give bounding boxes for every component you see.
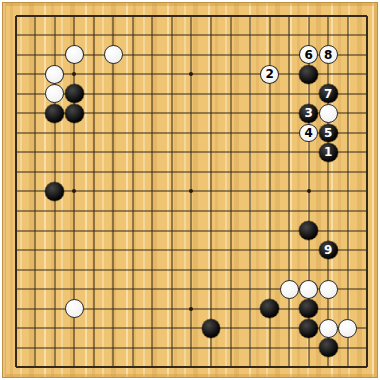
intersection-M3[interactable] xyxy=(221,318,241,338)
intersection-D6[interactable] xyxy=(65,260,85,280)
intersection-M14[interactable] xyxy=(221,104,241,124)
intersection-M13[interactable] xyxy=(221,123,241,143)
intersection-B9[interactable] xyxy=(26,201,46,221)
intersection-C13[interactable] xyxy=(45,123,65,143)
intersection-R8[interactable] xyxy=(318,221,338,241)
intersection-P10[interactable] xyxy=(279,182,299,202)
intersection-L17[interactable] xyxy=(201,45,221,65)
intersection-B14[interactable] xyxy=(26,104,46,124)
intersection-C12[interactable] xyxy=(45,143,65,163)
intersection-O19[interactable] xyxy=(260,6,280,26)
intersection-B1[interactable] xyxy=(26,357,46,377)
intersection-D12[interactable] xyxy=(65,143,85,163)
intersection-E4[interactable] xyxy=(84,299,104,319)
intersection-F7[interactable] xyxy=(104,240,124,260)
intersection-T7[interactable] xyxy=(357,240,377,260)
intersection-L18[interactable] xyxy=(201,26,221,46)
intersection-P2[interactable] xyxy=(279,338,299,358)
intersection-J19[interactable] xyxy=(162,6,182,26)
intersection-A10[interactable] xyxy=(6,182,26,202)
intersection-T18[interactable] xyxy=(357,26,377,46)
intersection-B6[interactable] xyxy=(26,260,46,280)
intersection-J8[interactable] xyxy=(162,221,182,241)
intersection-Q5[interactable] xyxy=(299,279,319,299)
intersection-S19[interactable] xyxy=(338,6,358,26)
intersection-D3[interactable] xyxy=(65,318,85,338)
intersection-O6[interactable] xyxy=(260,260,280,280)
intersection-E6[interactable] xyxy=(84,260,104,280)
intersection-Q18[interactable] xyxy=(299,26,319,46)
intersection-J7[interactable] xyxy=(162,240,182,260)
intersection-P7[interactable] xyxy=(279,240,299,260)
intersection-R15[interactable]: 7 xyxy=(318,84,338,104)
intersection-D13[interactable] xyxy=(65,123,85,143)
intersection-T8[interactable] xyxy=(357,221,377,241)
intersection-C14[interactable] xyxy=(45,104,65,124)
intersection-O9[interactable] xyxy=(260,201,280,221)
intersection-J18[interactable] xyxy=(162,26,182,46)
intersection-N15[interactable] xyxy=(240,84,260,104)
intersection-G3[interactable] xyxy=(123,318,143,338)
intersection-F8[interactable] xyxy=(104,221,124,241)
intersection-C8[interactable] xyxy=(45,221,65,241)
intersection-M5[interactable] xyxy=(221,279,241,299)
intersection-H10[interactable] xyxy=(143,182,163,202)
intersection-H3[interactable] xyxy=(143,318,163,338)
intersection-Q19[interactable] xyxy=(299,6,319,26)
intersection-R1[interactable] xyxy=(318,357,338,377)
intersection-T5[interactable] xyxy=(357,279,377,299)
intersection-F14[interactable] xyxy=(104,104,124,124)
intersection-L7[interactable] xyxy=(201,240,221,260)
intersection-R10[interactable] xyxy=(318,182,338,202)
intersection-Q14[interactable]: 3 xyxy=(299,104,319,124)
intersection-M6[interactable] xyxy=(221,260,241,280)
intersection-G5[interactable] xyxy=(123,279,143,299)
intersection-E3[interactable] xyxy=(84,318,104,338)
intersection-G18[interactable] xyxy=(123,26,143,46)
intersection-A7[interactable] xyxy=(6,240,26,260)
intersection-L12[interactable] xyxy=(201,143,221,163)
intersection-H16[interactable] xyxy=(143,65,163,85)
intersection-O7[interactable] xyxy=(260,240,280,260)
intersection-O10[interactable] xyxy=(260,182,280,202)
intersection-H14[interactable] xyxy=(143,104,163,124)
intersection-H17[interactable] xyxy=(143,45,163,65)
intersection-O1[interactable] xyxy=(260,357,280,377)
intersection-O12[interactable] xyxy=(260,143,280,163)
intersection-N1[interactable] xyxy=(240,357,260,377)
intersection-B8[interactable] xyxy=(26,221,46,241)
intersection-S13[interactable] xyxy=(338,123,358,143)
intersection-L3[interactable] xyxy=(201,318,221,338)
intersection-O8[interactable] xyxy=(260,221,280,241)
intersection-D19[interactable] xyxy=(65,6,85,26)
intersection-Q11[interactable] xyxy=(299,162,319,182)
intersection-T17[interactable] xyxy=(357,45,377,65)
intersection-G10[interactable] xyxy=(123,182,143,202)
intersection-P13[interactable] xyxy=(279,123,299,143)
intersection-S6[interactable] xyxy=(338,260,358,280)
intersection-Q17[interactable]: 6 xyxy=(299,45,319,65)
intersection-A1[interactable] xyxy=(6,357,26,377)
intersection-S9[interactable] xyxy=(338,201,358,221)
intersection-O2[interactable] xyxy=(260,338,280,358)
intersection-Q2[interactable] xyxy=(299,338,319,358)
intersection-Q6[interactable] xyxy=(299,260,319,280)
intersection-K13[interactable] xyxy=(182,123,202,143)
intersection-S10[interactable] xyxy=(338,182,358,202)
intersection-B15[interactable] xyxy=(26,84,46,104)
intersection-Q1[interactable] xyxy=(299,357,319,377)
intersection-D17[interactable] xyxy=(65,45,85,65)
intersection-J14[interactable] xyxy=(162,104,182,124)
intersection-S3[interactable] xyxy=(338,318,358,338)
intersection-J12[interactable] xyxy=(162,143,182,163)
intersection-T13[interactable] xyxy=(357,123,377,143)
intersection-F15[interactable] xyxy=(104,84,124,104)
intersection-K19[interactable] xyxy=(182,6,202,26)
intersection-S16[interactable] xyxy=(338,65,358,85)
intersection-P14[interactable] xyxy=(279,104,299,124)
intersection-K16[interactable] xyxy=(182,65,202,85)
intersection-M17[interactable] xyxy=(221,45,241,65)
intersection-A8[interactable] xyxy=(6,221,26,241)
intersection-T9[interactable] xyxy=(357,201,377,221)
intersection-D10[interactable] xyxy=(65,182,85,202)
intersection-L5[interactable] xyxy=(201,279,221,299)
intersection-C15[interactable] xyxy=(45,84,65,104)
intersection-E19[interactable] xyxy=(84,6,104,26)
intersection-C16[interactable] xyxy=(45,65,65,85)
intersection-D15[interactable] xyxy=(65,84,85,104)
intersection-T4[interactable] xyxy=(357,299,377,319)
intersection-G7[interactable] xyxy=(123,240,143,260)
intersection-D1[interactable] xyxy=(65,357,85,377)
intersection-R2[interactable] xyxy=(318,338,338,358)
intersection-S8[interactable] xyxy=(338,221,358,241)
intersection-P9[interactable] xyxy=(279,201,299,221)
intersection-K4[interactable] xyxy=(182,299,202,319)
intersection-R18[interactable] xyxy=(318,26,338,46)
intersection-F17[interactable] xyxy=(104,45,124,65)
intersection-P12[interactable] xyxy=(279,143,299,163)
intersection-C7[interactable] xyxy=(45,240,65,260)
intersection-B10[interactable] xyxy=(26,182,46,202)
intersection-H18[interactable] xyxy=(143,26,163,46)
intersection-A13[interactable] xyxy=(6,123,26,143)
intersection-R13[interactable]: 5 xyxy=(318,123,338,143)
intersection-M15[interactable] xyxy=(221,84,241,104)
intersection-A11[interactable] xyxy=(6,162,26,182)
intersection-G12[interactable] xyxy=(123,143,143,163)
intersection-T19[interactable] xyxy=(357,6,377,26)
intersection-L4[interactable] xyxy=(201,299,221,319)
intersection-P18[interactable] xyxy=(279,26,299,46)
intersection-F13[interactable] xyxy=(104,123,124,143)
intersection-C19[interactable] xyxy=(45,6,65,26)
intersection-O18[interactable] xyxy=(260,26,280,46)
intersection-A4[interactable] xyxy=(6,299,26,319)
intersection-B13[interactable] xyxy=(26,123,46,143)
intersection-T10[interactable] xyxy=(357,182,377,202)
intersection-A18[interactable] xyxy=(6,26,26,46)
intersection-C10[interactable] xyxy=(45,182,65,202)
intersection-J5[interactable] xyxy=(162,279,182,299)
intersection-P3[interactable] xyxy=(279,318,299,338)
intersection-T12[interactable] xyxy=(357,143,377,163)
intersection-D18[interactable] xyxy=(65,26,85,46)
intersection-T2[interactable] xyxy=(357,338,377,358)
intersection-C11[interactable] xyxy=(45,162,65,182)
intersection-G17[interactable] xyxy=(123,45,143,65)
intersection-E16[interactable] xyxy=(84,65,104,85)
intersection-C3[interactable] xyxy=(45,318,65,338)
intersection-S17[interactable] xyxy=(338,45,358,65)
intersection-J13[interactable] xyxy=(162,123,182,143)
intersection-D8[interactable] xyxy=(65,221,85,241)
intersection-F3[interactable] xyxy=(104,318,124,338)
intersection-O4[interactable] xyxy=(260,299,280,319)
intersection-G13[interactable] xyxy=(123,123,143,143)
intersection-H2[interactable] xyxy=(143,338,163,358)
intersection-R14[interactable] xyxy=(318,104,338,124)
intersection-K15[interactable] xyxy=(182,84,202,104)
intersection-Q3[interactable] xyxy=(299,318,319,338)
intersection-M10[interactable] xyxy=(221,182,241,202)
intersection-O13[interactable] xyxy=(260,123,280,143)
intersection-G16[interactable] xyxy=(123,65,143,85)
intersection-N12[interactable] xyxy=(240,143,260,163)
intersection-R7[interactable]: 9 xyxy=(318,240,338,260)
intersection-N9[interactable] xyxy=(240,201,260,221)
intersection-R19[interactable] xyxy=(318,6,338,26)
intersection-N16[interactable] xyxy=(240,65,260,85)
intersection-H19[interactable] xyxy=(143,6,163,26)
intersection-D14[interactable] xyxy=(65,104,85,124)
intersection-H5[interactable] xyxy=(143,279,163,299)
intersection-N6[interactable] xyxy=(240,260,260,280)
intersection-D4[interactable] xyxy=(65,299,85,319)
intersection-J15[interactable] xyxy=(162,84,182,104)
intersection-K1[interactable] xyxy=(182,357,202,377)
intersection-N3[interactable] xyxy=(240,318,260,338)
intersection-S7[interactable] xyxy=(338,240,358,260)
intersection-L11[interactable] xyxy=(201,162,221,182)
intersection-C2[interactable] xyxy=(45,338,65,358)
intersection-G9[interactable] xyxy=(123,201,143,221)
intersection-M16[interactable] xyxy=(221,65,241,85)
intersection-F5[interactable] xyxy=(104,279,124,299)
intersection-E14[interactable] xyxy=(84,104,104,124)
intersection-B3[interactable] xyxy=(26,318,46,338)
intersection-C6[interactable] xyxy=(45,260,65,280)
intersection-C4[interactable] xyxy=(45,299,65,319)
intersection-H7[interactable] xyxy=(143,240,163,260)
intersection-K18[interactable] xyxy=(182,26,202,46)
intersection-F12[interactable] xyxy=(104,143,124,163)
intersection-S5[interactable] xyxy=(338,279,358,299)
intersection-Q7[interactable] xyxy=(299,240,319,260)
intersection-E2[interactable] xyxy=(84,338,104,358)
intersection-D11[interactable] xyxy=(65,162,85,182)
intersection-N17[interactable] xyxy=(240,45,260,65)
intersection-C18[interactable] xyxy=(45,26,65,46)
intersection-B7[interactable] xyxy=(26,240,46,260)
intersection-O14[interactable] xyxy=(260,104,280,124)
intersection-A9[interactable] xyxy=(6,201,26,221)
intersection-E11[interactable] xyxy=(84,162,104,182)
intersection-N18[interactable] xyxy=(240,26,260,46)
intersection-K10[interactable] xyxy=(182,182,202,202)
intersection-G14[interactable] xyxy=(123,104,143,124)
intersection-L14[interactable] xyxy=(201,104,221,124)
intersection-L16[interactable] xyxy=(201,65,221,85)
intersection-E18[interactable] xyxy=(84,26,104,46)
intersection-O11[interactable] xyxy=(260,162,280,182)
intersection-P11[interactable] xyxy=(279,162,299,182)
intersection-M1[interactable] xyxy=(221,357,241,377)
intersection-Q4[interactable] xyxy=(299,299,319,319)
intersection-A6[interactable] xyxy=(6,260,26,280)
intersection-E9[interactable] xyxy=(84,201,104,221)
intersection-A2[interactable] xyxy=(6,338,26,358)
intersection-E17[interactable] xyxy=(84,45,104,65)
intersection-Q16[interactable] xyxy=(299,65,319,85)
intersection-B17[interactable] xyxy=(26,45,46,65)
intersection-P1[interactable] xyxy=(279,357,299,377)
intersection-M12[interactable] xyxy=(221,143,241,163)
intersection-G19[interactable] xyxy=(123,6,143,26)
intersection-H8[interactable] xyxy=(143,221,163,241)
intersection-B12[interactable] xyxy=(26,143,46,163)
intersection-A3[interactable] xyxy=(6,318,26,338)
intersection-P8[interactable] xyxy=(279,221,299,241)
intersection-R6[interactable] xyxy=(318,260,338,280)
intersection-K14[interactable] xyxy=(182,104,202,124)
intersection-Q10[interactable] xyxy=(299,182,319,202)
intersection-H6[interactable] xyxy=(143,260,163,280)
intersection-H11[interactable] xyxy=(143,162,163,182)
intersection-S18[interactable] xyxy=(338,26,358,46)
intersection-S2[interactable] xyxy=(338,338,358,358)
intersection-E10[interactable] xyxy=(84,182,104,202)
intersection-K12[interactable] xyxy=(182,143,202,163)
intersection-D7[interactable] xyxy=(65,240,85,260)
intersection-R17[interactable]: 8 xyxy=(318,45,338,65)
intersection-K11[interactable] xyxy=(182,162,202,182)
intersection-R11[interactable] xyxy=(318,162,338,182)
intersection-B16[interactable] xyxy=(26,65,46,85)
intersection-T16[interactable] xyxy=(357,65,377,85)
intersection-R9[interactable] xyxy=(318,201,338,221)
intersection-T15[interactable] xyxy=(357,84,377,104)
intersection-E1[interactable] xyxy=(84,357,104,377)
intersection-K3[interactable] xyxy=(182,318,202,338)
intersection-O15[interactable] xyxy=(260,84,280,104)
intersection-H9[interactable] xyxy=(143,201,163,221)
intersection-A14[interactable] xyxy=(6,104,26,124)
intersection-N5[interactable] xyxy=(240,279,260,299)
intersection-L9[interactable] xyxy=(201,201,221,221)
intersection-K7[interactable] xyxy=(182,240,202,260)
intersection-F9[interactable] xyxy=(104,201,124,221)
intersection-N19[interactable] xyxy=(240,6,260,26)
intersection-F4[interactable] xyxy=(104,299,124,319)
intersection-E15[interactable] xyxy=(84,84,104,104)
intersection-B18[interactable] xyxy=(26,26,46,46)
intersection-T1[interactable] xyxy=(357,357,377,377)
intersection-F11[interactable] xyxy=(104,162,124,182)
intersection-N2[interactable] xyxy=(240,338,260,358)
intersection-A19[interactable] xyxy=(6,6,26,26)
intersection-B4[interactable] xyxy=(26,299,46,319)
intersection-T11[interactable] xyxy=(357,162,377,182)
intersection-H15[interactable] xyxy=(143,84,163,104)
intersection-L6[interactable] xyxy=(201,260,221,280)
intersection-A12[interactable] xyxy=(6,143,26,163)
intersection-B19[interactable] xyxy=(26,6,46,26)
intersection-E13[interactable] xyxy=(84,123,104,143)
intersection-K5[interactable] xyxy=(182,279,202,299)
intersection-E7[interactable] xyxy=(84,240,104,260)
intersection-O3[interactable] xyxy=(260,318,280,338)
intersection-Q12[interactable] xyxy=(299,143,319,163)
intersection-L2[interactable] xyxy=(201,338,221,358)
intersection-M2[interactable] xyxy=(221,338,241,358)
intersection-T6[interactable] xyxy=(357,260,377,280)
intersection-J17[interactable] xyxy=(162,45,182,65)
intersection-C9[interactable] xyxy=(45,201,65,221)
intersection-M11[interactable] xyxy=(221,162,241,182)
intersection-K8[interactable] xyxy=(182,221,202,241)
intersection-M4[interactable] xyxy=(221,299,241,319)
intersection-C5[interactable] xyxy=(45,279,65,299)
intersection-N8[interactable] xyxy=(240,221,260,241)
intersection-A16[interactable] xyxy=(6,65,26,85)
intersection-J2[interactable] xyxy=(162,338,182,358)
intersection-C1[interactable] xyxy=(45,357,65,377)
intersection-P5[interactable] xyxy=(279,279,299,299)
intersection-H13[interactable] xyxy=(143,123,163,143)
intersection-N4[interactable] xyxy=(240,299,260,319)
intersection-P19[interactable] xyxy=(279,6,299,26)
intersection-K9[interactable] xyxy=(182,201,202,221)
intersection-N10[interactable] xyxy=(240,182,260,202)
intersection-P6[interactable] xyxy=(279,260,299,280)
intersection-Q15[interactable] xyxy=(299,84,319,104)
intersection-P15[interactable] xyxy=(279,84,299,104)
intersection-R5[interactable] xyxy=(318,279,338,299)
intersection-M7[interactable] xyxy=(221,240,241,260)
intersection-S1[interactable] xyxy=(338,357,358,377)
intersection-M18[interactable] xyxy=(221,26,241,46)
intersection-A15[interactable] xyxy=(6,84,26,104)
intersection-G15[interactable] xyxy=(123,84,143,104)
intersection-F18[interactable] xyxy=(104,26,124,46)
intersection-N13[interactable] xyxy=(240,123,260,143)
intersection-F1[interactable] xyxy=(104,357,124,377)
intersection-Q13[interactable]: 4 xyxy=(299,123,319,143)
intersection-E8[interactable] xyxy=(84,221,104,241)
intersection-J6[interactable] xyxy=(162,260,182,280)
intersection-M19[interactable] xyxy=(221,6,241,26)
intersection-G6[interactable] xyxy=(123,260,143,280)
intersection-D16[interactable] xyxy=(65,65,85,85)
intersection-P16[interactable] xyxy=(279,65,299,85)
intersection-G1[interactable] xyxy=(123,357,143,377)
intersection-G4[interactable] xyxy=(123,299,143,319)
